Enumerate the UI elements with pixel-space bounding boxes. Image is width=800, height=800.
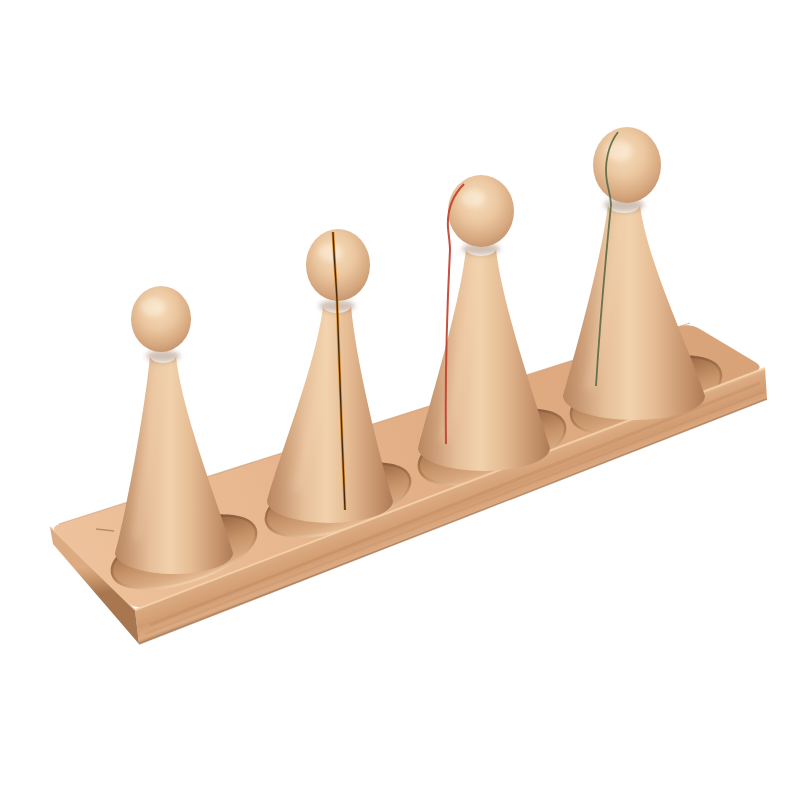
- skittle-2-head-highlight: [318, 243, 342, 261]
- skittle-4-head: [593, 127, 661, 203]
- skittle-4-head-highlight: [606, 141, 632, 161]
- skittle-tray-scene: [0, 0, 800, 800]
- product-photo: [0, 0, 800, 800]
- skittle-1-head: [131, 286, 191, 352]
- skittle-2-head: [306, 229, 370, 301]
- skittle-1-head-highlight: [141, 298, 165, 316]
- skittle-3-head: [448, 175, 514, 247]
- skittle-3-head-highlight: [461, 189, 485, 207]
